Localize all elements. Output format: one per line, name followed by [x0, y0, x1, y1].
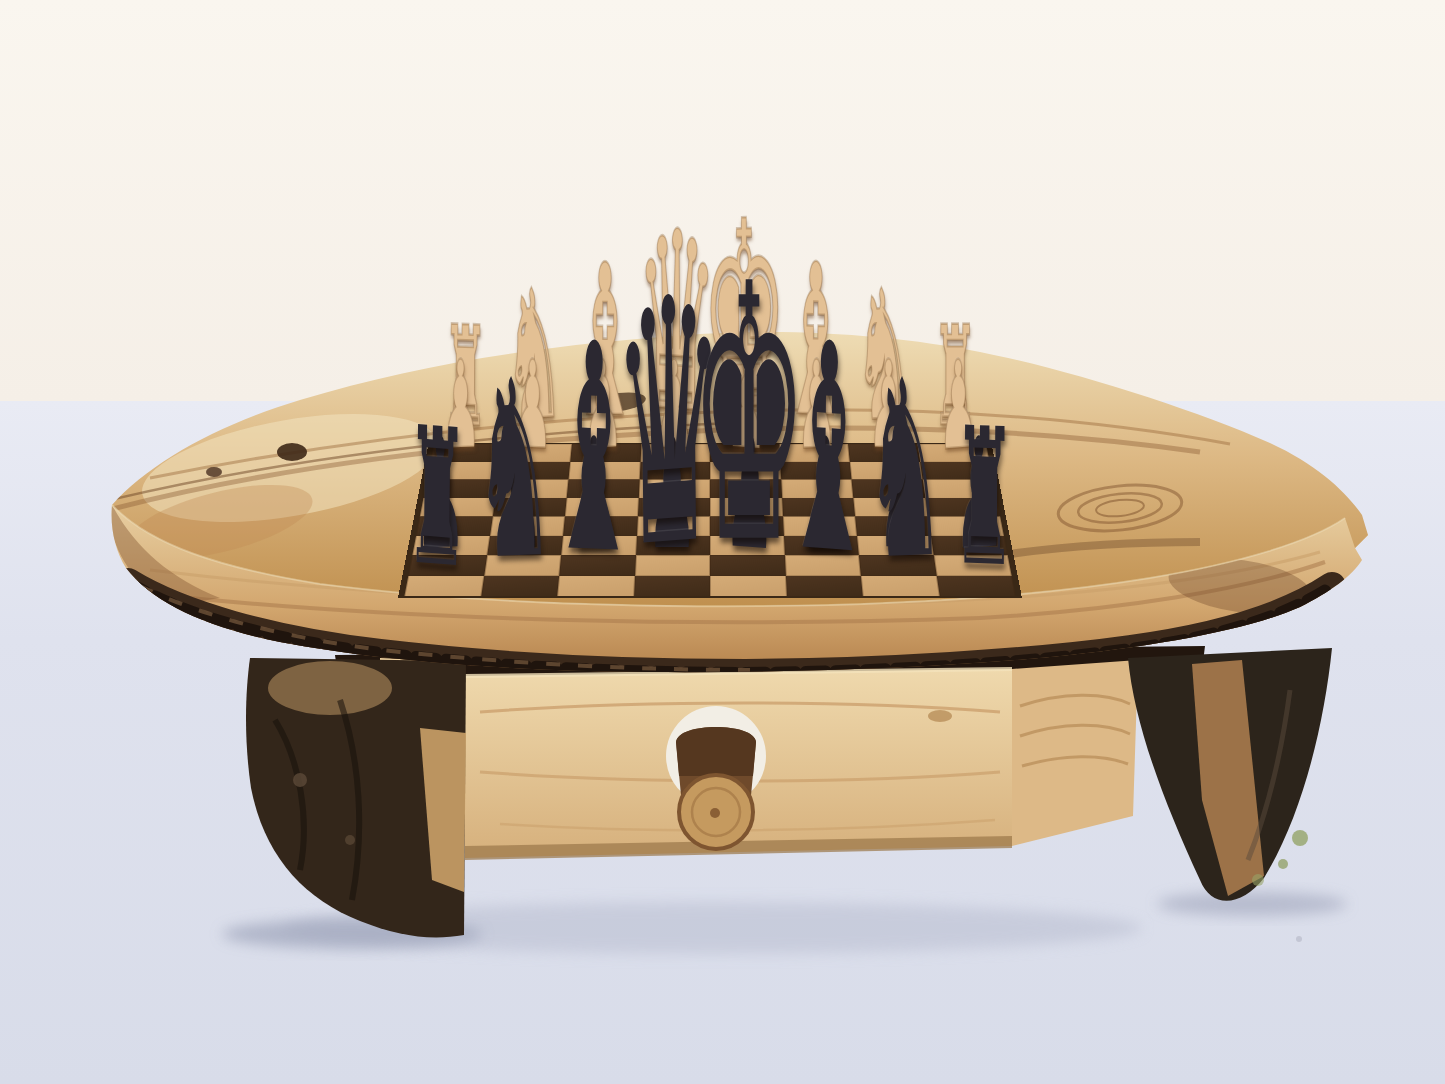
board-square: [640, 444, 710, 461]
board-square: [710, 498, 783, 517]
photo-scene: ♜♞♝♛♚♝♞♜♟♟♟♟♟♟♟♟♟♟♟♟♟♟♟♟♜♞♝♛♚♝♞♜: [0, 0, 1445, 1084]
board-square: [563, 516, 637, 535]
board-square: [638, 479, 710, 497]
board-square: [710, 444, 780, 461]
board-square: [498, 462, 570, 480]
board-square: [481, 576, 559, 597]
board-square: [570, 444, 641, 461]
board-square: [404, 576, 483, 597]
board-square: [785, 576, 862, 597]
board-square: [920, 462, 993, 480]
board-square: [567, 479, 640, 497]
board-square: [568, 462, 640, 480]
board-square: [420, 498, 495, 517]
board-square: [423, 479, 497, 497]
board-square: [857, 536, 933, 556]
board-square: [710, 462, 781, 480]
board-square: [710, 555, 785, 575]
board-square: [559, 555, 635, 575]
board-square: [852, 479, 925, 497]
drawer-base: [380, 658, 1138, 860]
drawer-knob: [666, 706, 766, 849]
board-square: [495, 479, 568, 497]
board-square: [784, 555, 860, 575]
board-square: [412, 536, 489, 556]
left-leg: [246, 658, 466, 937]
board-square: [487, 536, 563, 556]
board-square: [557, 576, 634, 597]
board-square: [783, 536, 858, 556]
board-square: [710, 576, 786, 597]
board-square: [855, 516, 930, 535]
board-square: [561, 536, 636, 556]
board-square: [427, 462, 500, 480]
right-leg: [1128, 648, 1332, 901]
base-right-block: [1012, 660, 1138, 846]
board-square: [484, 555, 561, 575]
board-square: [492, 498, 566, 517]
board-square: [859, 555, 936, 575]
board-square: [782, 498, 855, 517]
board-square: [565, 498, 638, 517]
board-square: [850, 462, 922, 480]
board-square: [853, 498, 927, 517]
chess-board: [398, 443, 1022, 598]
board-square: [917, 444, 989, 461]
board-square: [430, 444, 502, 461]
board-square: [779, 444, 850, 461]
board-square: [861, 576, 939, 597]
board-square: [408, 555, 486, 575]
board-square: [781, 479, 854, 497]
board-square: [635, 555, 710, 575]
board-square: [416, 516, 492, 535]
board-square: [634, 576, 710, 597]
board-square: [936, 576, 1015, 597]
board-square: [637, 498, 710, 517]
board-square: [490, 516, 565, 535]
board-square: [710, 516, 783, 535]
board-square: [848, 444, 920, 461]
board-square: [922, 479, 996, 497]
board-square: [783, 516, 857, 535]
board-square: [780, 462, 852, 480]
board-square: [710, 536, 784, 556]
board-square: [637, 516, 710, 535]
board-square: [930, 536, 1007, 556]
board-square: [925, 498, 1000, 517]
board-square: [933, 555, 1011, 575]
board-square: [639, 462, 710, 480]
board-square: [500, 444, 572, 461]
board-square: [710, 479, 782, 497]
board-square: [928, 516, 1004, 535]
board-square: [636, 536, 710, 556]
